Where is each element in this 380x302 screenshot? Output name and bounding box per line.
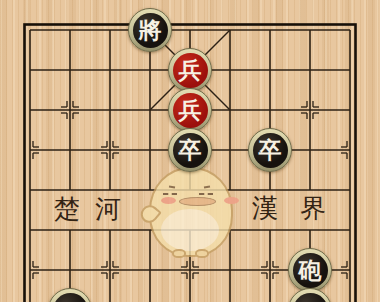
mascot-belly [161,209,219,251]
piece-character: 卒 [179,138,202,161]
piece-character: 將 [139,18,162,41]
river-label-char: 漢 [252,195,278,221]
piece-black-soldier[interactable]: 卒 [168,128,212,172]
piece-red-soldier[interactable]: 兵 [168,88,212,132]
piece-character: 卒 [259,138,282,161]
piece-red-soldier[interactable]: 兵 [168,48,212,92]
piece-character: 兵 [179,98,202,121]
mascot-blush [224,197,239,204]
piece-black-cannon[interactable]: 砲 [288,248,332,292]
mascot-beak [179,197,216,206]
piece-character: 砲 [299,258,322,281]
piece-black-general[interactable]: 將 [128,8,172,52]
mascot-blush [161,197,176,204]
river-label-char: 河 [95,196,121,222]
mascot-closed-eye [163,193,177,195]
piece-black-soldier[interactable]: 卒 [248,128,292,172]
piece-face: 兵 [173,93,208,128]
piece-face: 兵 [173,53,208,88]
piece-face [293,293,328,302]
mascot-foot [195,249,209,258]
chick-mascot [146,161,238,261]
river-label-char: 界 [300,195,326,221]
piece-character: 兵 [179,58,202,81]
piece-face: 卒 [173,133,208,168]
river-label-char: 楚 [54,196,80,222]
mascot-foot [172,249,186,258]
piece-face: 將 [133,13,168,48]
xiangqi-board: 楚河漢界 將兵兵卒卒砲 [0,0,380,302]
piece-face: 砲 [293,253,328,288]
piece-face [53,293,88,302]
mascot-closed-eye [199,193,213,195]
piece-face: 卒 [253,133,288,168]
